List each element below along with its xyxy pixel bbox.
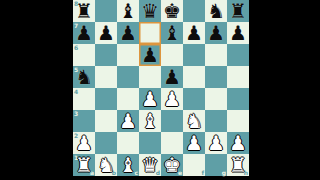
piece-black-knight-g8[interactable]: ♞ [205, 0, 227, 22]
piece-white-pawn-h2[interactable]: ♟ [227, 132, 249, 154]
square-b6[interactable] [95, 44, 117, 66]
piece-white-pawn-a2[interactable]: ♟ [73, 132, 95, 154]
square-e2[interactable] [161, 132, 183, 154]
square-d2[interactable] [139, 132, 161, 154]
file-label-f: f [201, 170, 204, 176]
square-e5[interactable]: ♟ [161, 66, 183, 88]
square-c1[interactable]: c♝ [117, 154, 139, 176]
piece-white-bishop-c1[interactable]: ♝ [117, 154, 139, 176]
piece-white-knight-b1[interactable]: ♞ [95, 154, 117, 176]
piece-black-pawn-a7[interactable]: ♟ [73, 22, 95, 44]
rank-label-4: 4 [74, 89, 78, 95]
square-h7[interactable]: ♟ [227, 22, 249, 44]
square-f5[interactable] [183, 66, 205, 88]
piece-black-knight-a5[interactable]: ♞ [73, 66, 95, 88]
piece-black-pawn-e5[interactable]: ♟ [161, 66, 183, 88]
square-g4[interactable] [205, 88, 227, 110]
square-g1[interactable]: g [205, 154, 227, 176]
square-d5[interactable] [139, 66, 161, 88]
square-d1[interactable]: d♛ [139, 154, 161, 176]
square-e6[interactable] [161, 44, 183, 66]
piece-white-rook-h1[interactable]: ♜ [227, 154, 249, 176]
square-h8[interactable]: ♜ [227, 0, 249, 22]
piece-black-rook-h8[interactable]: ♜ [227, 0, 249, 22]
square-b5[interactable] [95, 66, 117, 88]
square-e1[interactable]: e♚ [161, 154, 183, 176]
letterbox-right [249, 0, 320, 180]
square-f3[interactable]: ♞ [183, 110, 205, 132]
square-a8[interactable]: 8♜ [73, 0, 95, 22]
square-g6[interactable] [205, 44, 227, 66]
piece-black-rook-a8[interactable]: ♜ [73, 0, 95, 22]
square-h4[interactable] [227, 88, 249, 110]
square-c3[interactable]: ♟ [117, 110, 139, 132]
square-d4[interactable]: ♟ [139, 88, 161, 110]
piece-white-pawn-e4[interactable]: ♟ [161, 88, 183, 110]
square-a3[interactable]: 3 [73, 110, 95, 132]
piece-white-bishop-d3[interactable]: ♝ [139, 110, 161, 132]
piece-black-pawn-d6[interactable]: ♟ [139, 44, 161, 66]
piece-white-pawn-c3[interactable]: ♟ [117, 110, 139, 132]
piece-black-pawn-f7[interactable]: ♟ [183, 22, 205, 44]
piece-white-king-e1[interactable]: ♚ [161, 154, 183, 176]
piece-white-knight-f3[interactable]: ♞ [183, 110, 205, 132]
square-b3[interactable] [95, 110, 117, 132]
square-f8[interactable] [183, 0, 205, 22]
square-f6[interactable] [183, 44, 205, 66]
square-a4[interactable]: 4 [73, 88, 95, 110]
file-label-g: g [222, 170, 226, 176]
letterbox-left [0, 0, 73, 180]
square-d3[interactable]: ♝ [139, 110, 161, 132]
piece-white-rook-a1[interactable]: ♜ [73, 154, 95, 176]
square-a5[interactable]: 5♞ [73, 66, 95, 88]
square-a7[interactable]: 7♟ [73, 22, 95, 44]
square-c8[interactable]: ♝ [117, 0, 139, 22]
square-c4[interactable] [117, 88, 139, 110]
piece-black-pawn-h7[interactable]: ♟ [227, 22, 249, 44]
square-g5[interactable] [205, 66, 227, 88]
square-c2[interactable] [117, 132, 139, 154]
square-h2[interactable]: ♟ [227, 132, 249, 154]
square-a6[interactable]: 6 [73, 44, 95, 66]
square-d8[interactable]: ♛ [139, 0, 161, 22]
square-f7[interactable]: ♟ [183, 22, 205, 44]
square-a2[interactable]: 2♟ [73, 132, 95, 154]
piece-black-pawn-b7[interactable]: ♟ [95, 22, 117, 44]
square-f1[interactable]: f [183, 154, 205, 176]
square-g8[interactable]: ♞ [205, 0, 227, 22]
rank-label-3: 3 [74, 111, 78, 117]
piece-black-queen-d8[interactable]: ♛ [139, 0, 161, 22]
square-b7[interactable]: ♟ [95, 22, 117, 44]
square-e4[interactable]: ♟ [161, 88, 183, 110]
chess-board: 8♜♝♛♚♞♜7♟♟♟♝♟♟♟6♟5♞♟4♟♟3♟♝♞2♟♟♟♟1a♜b♞c♝d… [73, 0, 249, 176]
square-h5[interactable] [227, 66, 249, 88]
square-e3[interactable] [161, 110, 183, 132]
square-b8[interactable] [95, 0, 117, 22]
rank-label-6: 6 [74, 45, 78, 51]
square-f2[interactable]: ♟ [183, 132, 205, 154]
square-b4[interactable] [95, 88, 117, 110]
square-e8[interactable]: ♚ [161, 0, 183, 22]
square-c6[interactable] [117, 44, 139, 66]
piece-black-bishop-e7[interactable]: ♝ [161, 22, 183, 44]
square-c5[interactable] [117, 66, 139, 88]
piece-white-queen-d1[interactable]: ♛ [139, 154, 161, 176]
piece-black-pawn-g7[interactable]: ♟ [205, 22, 227, 44]
square-b1[interactable]: b♞ [95, 154, 117, 176]
piece-white-pawn-f2[interactable]: ♟ [183, 132, 205, 154]
square-g7[interactable]: ♟ [205, 22, 227, 44]
square-g2[interactable]: ♟ [205, 132, 227, 154]
square-h3[interactable] [227, 110, 249, 132]
square-g3[interactable] [205, 110, 227, 132]
square-b2[interactable] [95, 132, 117, 154]
square-h1[interactable]: h♜ [227, 154, 249, 176]
square-d6[interactable]: ♟ [139, 44, 161, 66]
square-f4[interactable] [183, 88, 205, 110]
square-e7[interactable]: ♝ [161, 22, 183, 44]
square-a1[interactable]: 1a♜ [73, 154, 95, 176]
piece-black-pawn-c7[interactable]: ♟ [117, 22, 139, 44]
square-h6[interactable] [227, 44, 249, 66]
piece-black-bishop-c8[interactable]: ♝ [117, 0, 139, 22]
piece-white-pawn-g2[interactable]: ♟ [205, 132, 227, 154]
square-c7[interactable]: ♟ [117, 22, 139, 44]
square-d7[interactable] [139, 22, 161, 44]
piece-black-king-e8[interactable]: ♚ [161, 0, 183, 22]
piece-white-pawn-d4[interactable]: ♟ [139, 88, 161, 110]
